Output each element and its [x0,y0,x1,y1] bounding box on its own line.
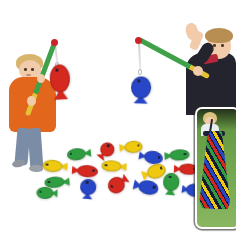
fish-body [131,76,152,98]
toddler-eye [31,68,34,71]
rod-tip-right [135,37,142,44]
red-fish [72,164,99,178]
red-fish [49,64,71,100]
green-fish [164,149,190,161]
fish-eye [104,164,107,167]
fish-eye [138,80,141,83]
fish-body [77,164,99,177]
rod-tip-left [51,39,58,46]
hook-right [138,69,142,75]
toddler-mouth [26,74,31,76]
yellow-fish [101,160,126,172]
fish-eye [56,69,59,72]
green-fish [36,187,57,200]
green-fish [162,172,180,195]
boy-hair [205,28,233,43]
fish-eye [47,181,50,184]
yellow-fish [42,159,68,172]
mesh-bag-of-rods [199,130,235,209]
blue-fish [79,178,97,199]
fish-body [42,159,63,172]
inset-photo-frame [195,107,236,229]
fish-body [36,187,53,200]
blue-fish [131,76,152,104]
inset-photo-grass-scene [197,109,236,227]
toddler-shoe [29,165,43,172]
boy-eye [213,44,216,47]
red-fish [105,171,131,196]
red-fish [95,140,117,163]
fish-eye [184,153,187,156]
toddler-jeans-leg [28,128,44,170]
fish-body [137,179,159,197]
blue-fish [132,178,159,197]
toddler-hand-upper [37,74,45,83]
boy-eye [221,44,224,47]
green-fish [66,147,91,161]
toddler-hand-lower [27,96,36,106]
fishing-game-photo [0,0,236,236]
toddler-eye [24,68,27,71]
fish-body [169,149,190,161]
boy-hand-on-handle [193,66,203,76]
fish-eye [86,181,89,184]
